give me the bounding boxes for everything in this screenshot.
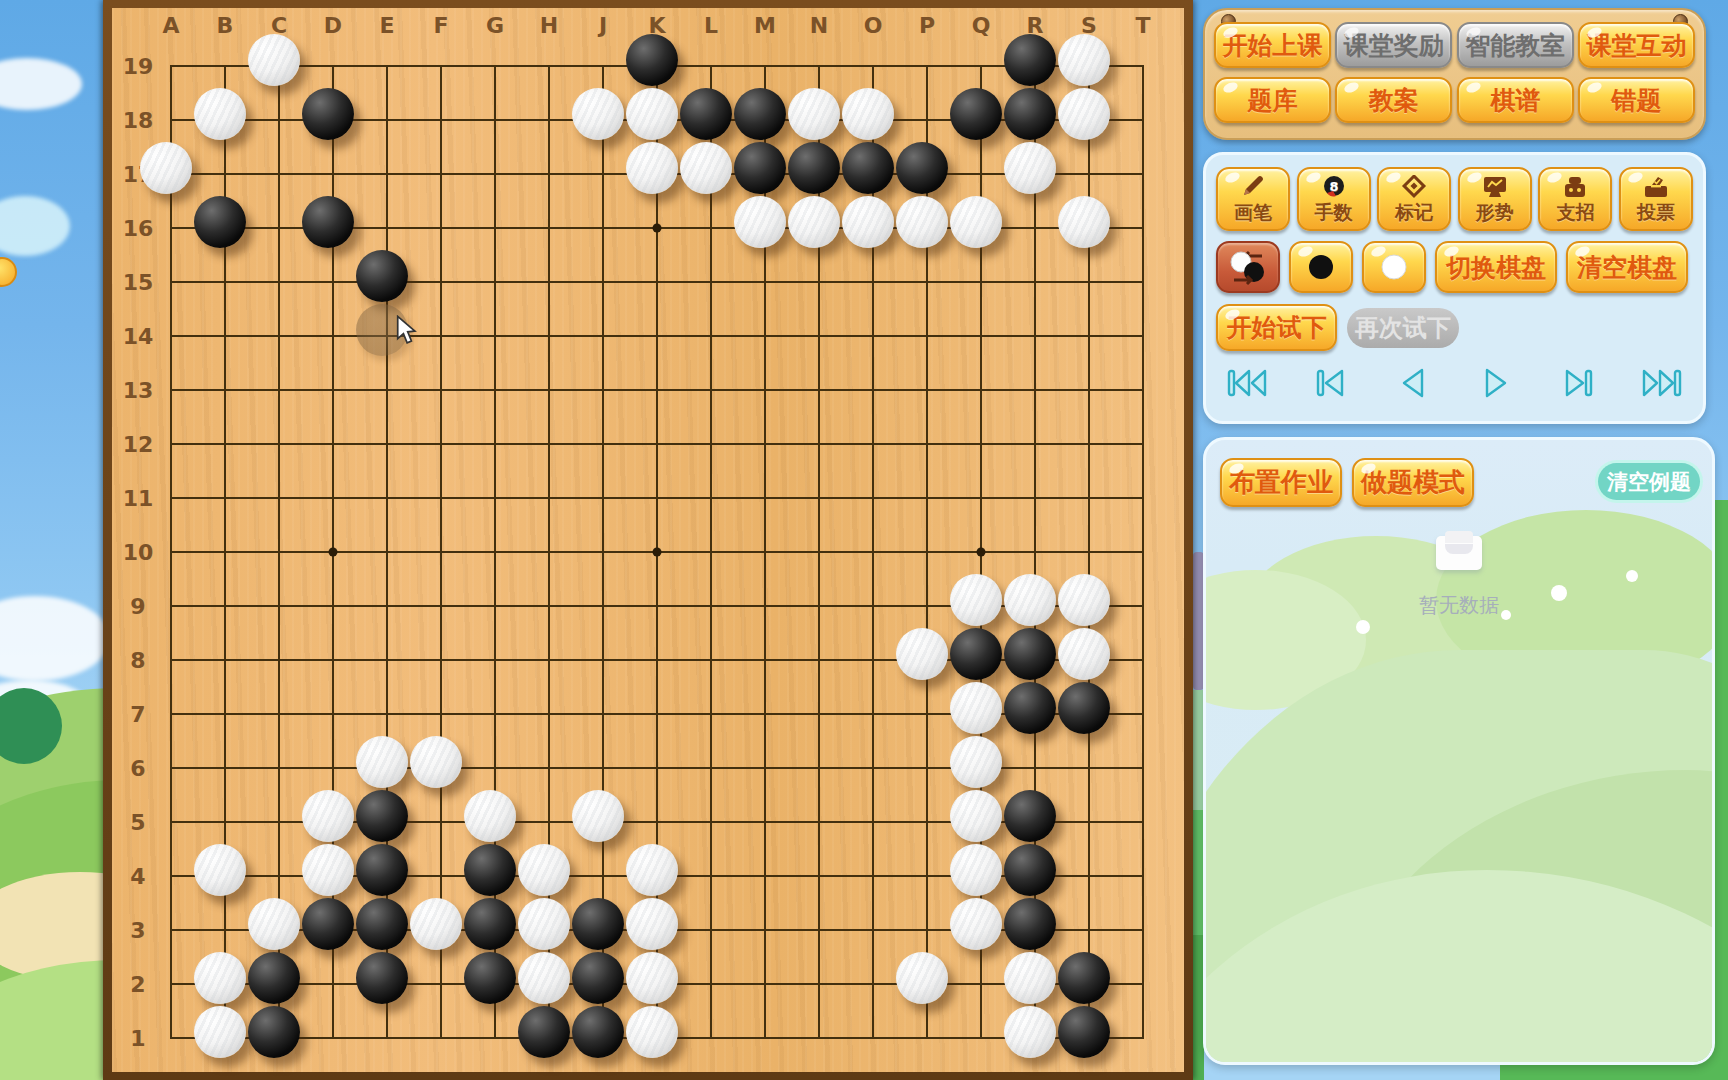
hill bbox=[1203, 650, 1715, 1065]
stone-white[interactable] bbox=[842, 88, 894, 140]
stone-black[interactable] bbox=[356, 844, 408, 896]
stone-white[interactable] bbox=[1004, 1006, 1056, 1058]
stone-white[interactable] bbox=[1004, 952, 1056, 1004]
stone-black[interactable] bbox=[1004, 682, 1056, 734]
hint-icon bbox=[1561, 175, 1589, 199]
row-label: 11 bbox=[123, 486, 154, 511]
stone-black[interactable] bbox=[1058, 1006, 1110, 1058]
stone-white[interactable] bbox=[1058, 196, 1110, 248]
empty-data-icon bbox=[1436, 536, 1482, 570]
pencil-icon bbox=[1240, 175, 1266, 199]
stone-white[interactable] bbox=[788, 196, 840, 248]
stone-black[interactable] bbox=[572, 952, 624, 1004]
go-board-frame: ABCDEFGHJKLMNOPQRST191817161514131211109… bbox=[103, 0, 1193, 1080]
column-label: E bbox=[379, 13, 394, 38]
column-label: B bbox=[217, 13, 234, 38]
cloud bbox=[0, 196, 70, 256]
stone-white[interactable] bbox=[896, 196, 948, 248]
stone-black[interactable] bbox=[950, 88, 1002, 140]
board-tools-card: 画笔 8 手数 标记 形势 bbox=[1203, 152, 1706, 424]
stone-white[interactable] bbox=[1004, 574, 1056, 626]
stone-white[interactable] bbox=[518, 844, 570, 896]
column-label: P bbox=[919, 13, 935, 38]
stone-black[interactable] bbox=[788, 142, 840, 194]
clear-board-button[interactable]: 清空棋盘 bbox=[1566, 241, 1688, 293]
column-label: J bbox=[599, 13, 607, 38]
row-label: 8 bbox=[130, 648, 145, 673]
empty-data-text: 暂无数据 bbox=[1419, 592, 1499, 619]
stone-black[interactable] bbox=[356, 952, 408, 1004]
switch-board-button[interactable]: 切换棋盘 bbox=[1435, 241, 1557, 293]
classroom-menu-card: 开始上课 课堂奖励 智能教室 课堂互动 题库 教案 棋谱 错题 bbox=[1203, 8, 1706, 140]
stone-black[interactable] bbox=[518, 1006, 570, 1058]
star-point bbox=[653, 548, 662, 557]
exercise-mode-button[interactable]: 做题模式 bbox=[1352, 458, 1474, 507]
stone-black[interactable] bbox=[842, 142, 894, 194]
mouse-cursor bbox=[396, 315, 418, 349]
jump-forward-icon bbox=[1560, 366, 1596, 400]
stone-black[interactable] bbox=[1058, 952, 1110, 1004]
skip-to-end-button[interactable] bbox=[1635, 364, 1687, 402]
stone-black[interactable] bbox=[464, 898, 516, 950]
stone-white[interactable] bbox=[140, 142, 192, 194]
stone-black[interactable] bbox=[1004, 844, 1056, 896]
column-label: G bbox=[486, 13, 504, 38]
stone-black[interactable] bbox=[734, 88, 786, 140]
stone-white[interactable] bbox=[356, 736, 408, 788]
stone-white[interactable] bbox=[896, 628, 948, 680]
stone-white[interactable] bbox=[626, 1006, 678, 1058]
stone-white[interactable] bbox=[302, 844, 354, 896]
jump-back-button[interactable] bbox=[1305, 364, 1357, 402]
flower-dot bbox=[1356, 620, 1370, 634]
white-stone-button[interactable] bbox=[1362, 241, 1426, 293]
stone-white[interactable] bbox=[248, 898, 300, 950]
column-label: T bbox=[1135, 13, 1150, 38]
stone-white[interactable] bbox=[410, 736, 462, 788]
stone-white[interactable] bbox=[950, 574, 1002, 626]
retry-trial-button[interactable]: 再次试下 bbox=[1347, 308, 1459, 348]
tool-label: 支招 bbox=[1556, 200, 1594, 226]
go-board[interactable]: ABCDEFGHJKLMNOPQRST191817161514131211109… bbox=[112, 8, 1184, 1072]
row-label: 5 bbox=[130, 810, 145, 835]
step-back-button[interactable] bbox=[1387, 364, 1439, 402]
stone-black[interactable] bbox=[680, 88, 732, 140]
clear-examples-button[interactable]: 清空例题 bbox=[1598, 463, 1700, 500]
column-label: F bbox=[433, 13, 448, 38]
row-label: 1 bbox=[130, 1026, 145, 1051]
stone-black[interactable] bbox=[302, 898, 354, 950]
stone-black[interactable] bbox=[302, 196, 354, 248]
skip-to-end-icon bbox=[1638, 366, 1684, 400]
row-label: 7 bbox=[130, 702, 145, 727]
row-label: 2 bbox=[130, 972, 145, 997]
stone-black[interactable] bbox=[464, 952, 516, 1004]
stone-white[interactable] bbox=[950, 898, 1002, 950]
step-forward-button[interactable] bbox=[1470, 364, 1522, 402]
stone-white[interactable] bbox=[950, 196, 1002, 248]
column-label: O bbox=[864, 13, 883, 38]
stone-black[interactable] bbox=[356, 790, 408, 842]
hint-tool-button[interactable]: 支招 bbox=[1538, 167, 1612, 231]
stone-white[interactable] bbox=[1058, 628, 1110, 680]
wrong-question-button[interactable]: 错题 bbox=[1578, 77, 1695, 123]
class-interaction-button[interactable]: 课堂互动 bbox=[1578, 22, 1695, 68]
game-record-button[interactable]: 棋谱 bbox=[1457, 77, 1574, 123]
territory-icon bbox=[1481, 175, 1509, 199]
row-label: 16 bbox=[123, 216, 154, 241]
stone-white[interactable] bbox=[194, 88, 246, 140]
hill bbox=[1203, 870, 1715, 1065]
stone-white[interactable] bbox=[464, 790, 516, 842]
star-point bbox=[653, 224, 662, 233]
flower-dot bbox=[1466, 665, 1475, 674]
column-label: H bbox=[540, 13, 558, 38]
stone-black[interactable] bbox=[356, 898, 408, 950]
stone-white[interactable] bbox=[1058, 88, 1110, 140]
stone-black[interactable] bbox=[302, 88, 354, 140]
stone-white[interactable] bbox=[194, 1006, 246, 1058]
stone-black[interactable] bbox=[572, 898, 624, 950]
stone-black[interactable] bbox=[896, 142, 948, 194]
stone-white[interactable] bbox=[626, 142, 678, 194]
empty-state: 暂无数据 bbox=[1206, 536, 1712, 619]
row-label: 15 bbox=[123, 270, 154, 295]
skip-to-start-button[interactable] bbox=[1222, 364, 1274, 402]
stone-white[interactable] bbox=[410, 898, 462, 950]
stone-black[interactable] bbox=[1004, 790, 1056, 842]
stone-white[interactable] bbox=[734, 196, 786, 248]
start-class-button[interactable]: 开始上课 bbox=[1214, 22, 1331, 68]
move-number-tool-button[interactable]: 8 手数 bbox=[1297, 167, 1371, 231]
stone-white[interactable] bbox=[626, 844, 678, 896]
row-label: 4 bbox=[130, 864, 145, 889]
stone-white[interactable] bbox=[626, 952, 678, 1004]
homework-card: 暂无数据 布置作业 做题模式 清空例题 bbox=[1203, 437, 1715, 1065]
stone-white[interactable] bbox=[518, 898, 570, 950]
stone-white[interactable] bbox=[626, 898, 678, 950]
stone-white[interactable] bbox=[842, 196, 894, 248]
cloud bbox=[0, 596, 110, 681]
alternate-turn-button[interactable] bbox=[1216, 241, 1280, 293]
jump-back-icon bbox=[1313, 366, 1349, 400]
column-label: L bbox=[704, 13, 718, 38]
stone-black[interactable] bbox=[734, 142, 786, 194]
column-label: M bbox=[754, 13, 776, 38]
stone-black[interactable] bbox=[626, 34, 678, 86]
row-label: 13 bbox=[123, 378, 154, 403]
stone-white[interactable] bbox=[194, 844, 246, 896]
stone-white[interactable] bbox=[1058, 574, 1110, 626]
grid-line-vertical bbox=[710, 65, 712, 1039]
stone-black[interactable] bbox=[248, 952, 300, 1004]
stone-black[interactable] bbox=[464, 844, 516, 896]
stone-black[interactable] bbox=[572, 1006, 624, 1058]
stone-black[interactable] bbox=[1004, 628, 1056, 680]
start-trial-button[interactable]: 开始试下 bbox=[1216, 304, 1337, 351]
row-label: 18 bbox=[123, 108, 154, 133]
stone-white[interactable] bbox=[572, 88, 624, 140]
stone-white[interactable] bbox=[950, 682, 1002, 734]
assign-homework-button[interactable]: 布置作业 bbox=[1220, 458, 1342, 507]
stone-black[interactable] bbox=[1004, 88, 1056, 140]
tool-label: 形势 bbox=[1476, 200, 1514, 226]
star-point bbox=[329, 548, 338, 557]
territory-tool-button[interactable]: 形势 bbox=[1458, 167, 1532, 231]
row-label: 10 bbox=[123, 540, 154, 565]
skip-to-start-icon bbox=[1225, 366, 1271, 400]
column-label: N bbox=[810, 13, 828, 38]
white-stone-icon bbox=[1379, 252, 1409, 282]
stone-white[interactable] bbox=[1004, 142, 1056, 194]
hill bbox=[1326, 770, 1715, 1065]
row-label: 12 bbox=[123, 432, 154, 457]
stone-black[interactable] bbox=[950, 628, 1002, 680]
stone-black[interactable] bbox=[248, 1006, 300, 1058]
row-label: 6 bbox=[130, 756, 145, 781]
stone-white[interactable] bbox=[1058, 34, 1110, 86]
stone-black[interactable] bbox=[194, 196, 246, 248]
stone-black[interactable] bbox=[356, 250, 408, 302]
tool-label: 手数 bbox=[1315, 200, 1353, 226]
jump-forward-button[interactable] bbox=[1552, 364, 1604, 402]
tool-label: 标记 bbox=[1395, 200, 1433, 226]
tool-label: 画笔 bbox=[1234, 200, 1272, 226]
row-label: 9 bbox=[130, 594, 145, 619]
black-stone-button[interactable] bbox=[1289, 241, 1353, 293]
step-forward-icon bbox=[1479, 366, 1513, 400]
stone-white[interactable] bbox=[950, 790, 1002, 842]
stone-white[interactable] bbox=[950, 844, 1002, 896]
stone-white[interactable] bbox=[248, 34, 300, 86]
stone-white[interactable] bbox=[518, 952, 570, 1004]
black-stone-icon bbox=[1306, 252, 1336, 282]
stone-white[interactable] bbox=[572, 790, 624, 842]
question-bank-button[interactable]: 题库 bbox=[1214, 77, 1331, 123]
lesson-plan-button[interactable]: 教案 bbox=[1335, 77, 1452, 123]
column-label: D bbox=[324, 13, 342, 38]
stone-white[interactable] bbox=[626, 88, 678, 140]
stone-white[interactable] bbox=[788, 88, 840, 140]
stone-white[interactable] bbox=[680, 142, 732, 194]
row-label: 19 bbox=[123, 54, 154, 79]
stone-white[interactable] bbox=[896, 952, 948, 1004]
stone-white[interactable] bbox=[194, 952, 246, 1004]
stone-black[interactable] bbox=[1058, 682, 1110, 734]
row-label: 3 bbox=[130, 918, 145, 943]
star-point bbox=[977, 548, 986, 557]
grid-line-vertical bbox=[1142, 65, 1144, 1039]
tool-label: 投票 bbox=[1637, 200, 1675, 226]
column-label: A bbox=[162, 13, 179, 38]
row-label: 14 bbox=[123, 324, 154, 349]
step-back-icon bbox=[1396, 366, 1430, 400]
stone-white[interactable] bbox=[302, 790, 354, 842]
alternate-turn-icon bbox=[1226, 248, 1270, 286]
marker-tool-button[interactable]: 标记 bbox=[1377, 167, 1451, 231]
marker-icon bbox=[1401, 175, 1427, 199]
stone-white[interactable] bbox=[950, 736, 1002, 788]
stone-black[interactable] bbox=[1004, 34, 1056, 86]
smart-classroom-button[interactable]: 智能教室 bbox=[1457, 22, 1574, 68]
svg-text:8: 8 bbox=[1329, 179, 1338, 194]
stone-black[interactable] bbox=[1004, 898, 1056, 950]
brush-tool-button[interactable]: 画笔 bbox=[1216, 167, 1290, 231]
column-label: Q bbox=[972, 13, 991, 38]
class-reward-button[interactable]: 课堂奖励 bbox=[1335, 22, 1452, 68]
cloud bbox=[0, 58, 82, 110]
move-number-icon: 8 bbox=[1321, 175, 1347, 199]
vote-tool-button[interactable]: 投票 bbox=[1619, 167, 1693, 231]
vote-icon bbox=[1642, 175, 1670, 199]
